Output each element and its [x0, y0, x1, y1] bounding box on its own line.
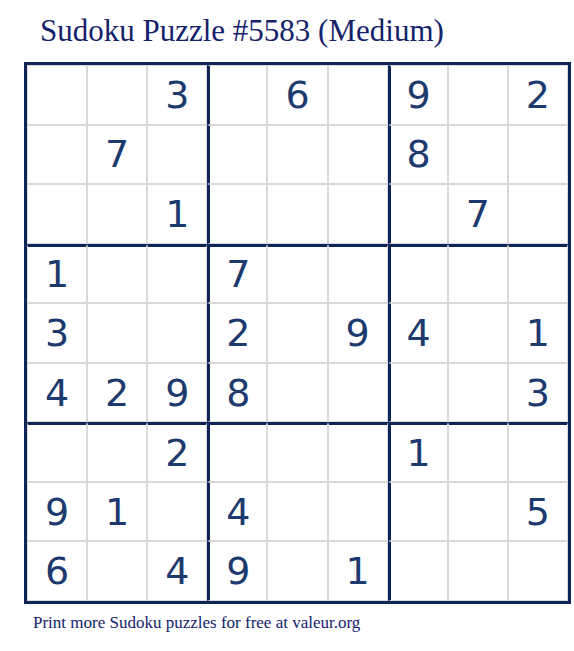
- cell-r1c1[interactable]: [27, 65, 87, 125]
- cell-r3c3[interactable]: 1: [147, 184, 207, 244]
- cell-r1c3[interactable]: 3: [147, 65, 207, 125]
- cell-r9c8[interactable]: [448, 541, 508, 601]
- cell-r4c6[interactable]: [328, 244, 388, 304]
- cell-r1c8[interactable]: [448, 65, 508, 125]
- cell-r2c4[interactable]: [207, 125, 267, 185]
- page: Sudoku Puzzle #5583 (Medium) 36927817173…: [0, 0, 574, 651]
- cell-r1c6[interactable]: [328, 65, 388, 125]
- cell-r6c9[interactable]: 3: [508, 363, 568, 423]
- cell-r3c2[interactable]: [87, 184, 147, 244]
- cell-r1c4[interactable]: [207, 65, 267, 125]
- cell-r4c8[interactable]: [448, 244, 508, 304]
- cell-r2c1[interactable]: [27, 125, 87, 185]
- cell-r6c5[interactable]: [267, 363, 327, 423]
- cell-r5c3[interactable]: [147, 303, 207, 363]
- cell-r4c3[interactable]: [147, 244, 207, 304]
- cell-r8c5[interactable]: [267, 482, 327, 542]
- cell-r6c8[interactable]: [448, 363, 508, 423]
- cell-r8c6[interactable]: [328, 482, 388, 542]
- cell-r8c9[interactable]: 5: [508, 482, 568, 542]
- cell-r9c9[interactable]: [508, 541, 568, 601]
- cell-r9c3[interactable]: 4: [147, 541, 207, 601]
- cell-r3c1[interactable]: [27, 184, 87, 244]
- cell-r6c7[interactable]: [388, 363, 448, 423]
- cell-r8c8[interactable]: [448, 482, 508, 542]
- cell-r5c5[interactable]: [267, 303, 327, 363]
- cell-r9c5[interactable]: [267, 541, 327, 601]
- cell-r6c1[interactable]: 4: [27, 363, 87, 423]
- cell-r1c5[interactable]: 6: [267, 65, 327, 125]
- cell-r7c5[interactable]: [267, 422, 327, 482]
- cell-r8c1[interactable]: 9: [27, 482, 87, 542]
- cell-r4c5[interactable]: [267, 244, 327, 304]
- cell-r1c9[interactable]: 2: [508, 65, 568, 125]
- cell-r4c1[interactable]: 1: [27, 244, 87, 304]
- page-title: Sudoku Puzzle #5583 (Medium): [40, 13, 444, 49]
- cell-r2c5[interactable]: [267, 125, 327, 185]
- cell-r7c8[interactable]: [448, 422, 508, 482]
- cell-r3c7[interactable]: [388, 184, 448, 244]
- cell-r4c4[interactable]: 7: [207, 244, 267, 304]
- cell-r2c8[interactable]: [448, 125, 508, 185]
- cell-r2c6[interactable]: [328, 125, 388, 185]
- cell-r9c1[interactable]: 6: [27, 541, 87, 601]
- cell-r7c4[interactable]: [207, 422, 267, 482]
- cell-r4c7[interactable]: [388, 244, 448, 304]
- cell-r5c8[interactable]: [448, 303, 508, 363]
- cell-r5c1[interactable]: 3: [27, 303, 87, 363]
- cell-r7c6[interactable]: [328, 422, 388, 482]
- cell-r6c3[interactable]: 9: [147, 363, 207, 423]
- cell-r5c2[interactable]: [87, 303, 147, 363]
- cell-r4c2[interactable]: [87, 244, 147, 304]
- cell-r5c4[interactable]: 2: [207, 303, 267, 363]
- cell-r3c4[interactable]: [207, 184, 267, 244]
- cell-r9c2[interactable]: [87, 541, 147, 601]
- cell-r3c9[interactable]: [508, 184, 568, 244]
- cell-r6c6[interactable]: [328, 363, 388, 423]
- cell-r9c6[interactable]: 1: [328, 541, 388, 601]
- cell-r7c3[interactable]: 2: [147, 422, 207, 482]
- cell-r3c8[interactable]: 7: [448, 184, 508, 244]
- cell-r6c2[interactable]: 2: [87, 363, 147, 423]
- cell-r7c2[interactable]: [87, 422, 147, 482]
- cell-r1c7[interactable]: 9: [388, 65, 448, 125]
- cell-r8c4[interactable]: 4: [207, 482, 267, 542]
- cell-r7c1[interactable]: [27, 422, 87, 482]
- cell-r8c2[interactable]: 1: [87, 482, 147, 542]
- cell-r8c7[interactable]: [388, 482, 448, 542]
- cell-r7c9[interactable]: [508, 422, 568, 482]
- cell-r9c7[interactable]: [388, 541, 448, 601]
- cell-r6c4[interactable]: 8: [207, 363, 267, 423]
- cell-r5c9[interactable]: 1: [508, 303, 568, 363]
- cell-r2c3[interactable]: [147, 125, 207, 185]
- cell-r7c7[interactable]: 1: [388, 422, 448, 482]
- cell-r5c7[interactable]: 4: [388, 303, 448, 363]
- cell-r4c9[interactable]: [508, 244, 568, 304]
- cell-r2c2[interactable]: 7: [87, 125, 147, 185]
- cell-r3c6[interactable]: [328, 184, 388, 244]
- cell-r2c9[interactable]: [508, 125, 568, 185]
- footer-text: Print more Sudoku puzzles for free at va…: [33, 613, 360, 633]
- cell-r2c7[interactable]: 8: [388, 125, 448, 185]
- sudoku-grid: 369278171732941429832191456491: [24, 62, 571, 604]
- cell-r8c3[interactable]: [147, 482, 207, 542]
- cell-r5c6[interactable]: 9: [328, 303, 388, 363]
- cell-r3c5[interactable]: [267, 184, 327, 244]
- cell-r9c4[interactable]: 9: [207, 541, 267, 601]
- cell-r1c2[interactable]: [87, 65, 147, 125]
